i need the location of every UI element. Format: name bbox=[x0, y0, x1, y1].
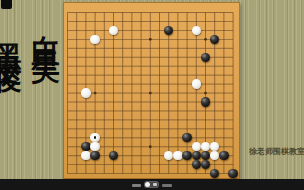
white-stone bbox=[192, 26, 201, 35]
go-board bbox=[63, 2, 240, 179]
black-stone bbox=[228, 169, 237, 178]
toggle-accent bbox=[153, 183, 157, 186]
video-player-bar[interactable] bbox=[0, 179, 304, 190]
toggle-knob bbox=[145, 182, 150, 187]
video-frame: 黑申旻俊 白王星昊 徐老师围棋教室 bbox=[0, 0, 304, 190]
star-point bbox=[149, 92, 152, 95]
white-stone bbox=[90, 35, 99, 44]
star-point bbox=[204, 38, 207, 41]
white-stone bbox=[81, 151, 90, 160]
black-stone bbox=[201, 53, 210, 62]
player-controls bbox=[132, 181, 172, 188]
white-stone bbox=[192, 79, 201, 88]
star-point bbox=[149, 145, 152, 148]
danmaku-toggle-icon[interactable] bbox=[144, 181, 159, 188]
star-point bbox=[204, 92, 207, 95]
star-point bbox=[149, 38, 152, 41]
last-move-marker bbox=[94, 136, 97, 139]
black-stone bbox=[201, 97, 210, 106]
player-bar-text-left bbox=[132, 184, 141, 187]
black-player-label: 黑申旻俊 bbox=[0, 21, 21, 49]
black-stone bbox=[90, 151, 99, 160]
channel-watermark: 徐老师围棋教室 bbox=[249, 146, 303, 157]
player-bar-text-right bbox=[162, 184, 172, 187]
white-player-label: 白王星昊 bbox=[31, 13, 59, 41]
black-stone bbox=[219, 151, 228, 160]
white-stone bbox=[81, 88, 90, 97]
star-point bbox=[94, 92, 97, 95]
white-stone bbox=[173, 151, 182, 160]
black-stone bbox=[182, 151, 191, 160]
clipped-glyph-fragment bbox=[1, 0, 12, 9]
